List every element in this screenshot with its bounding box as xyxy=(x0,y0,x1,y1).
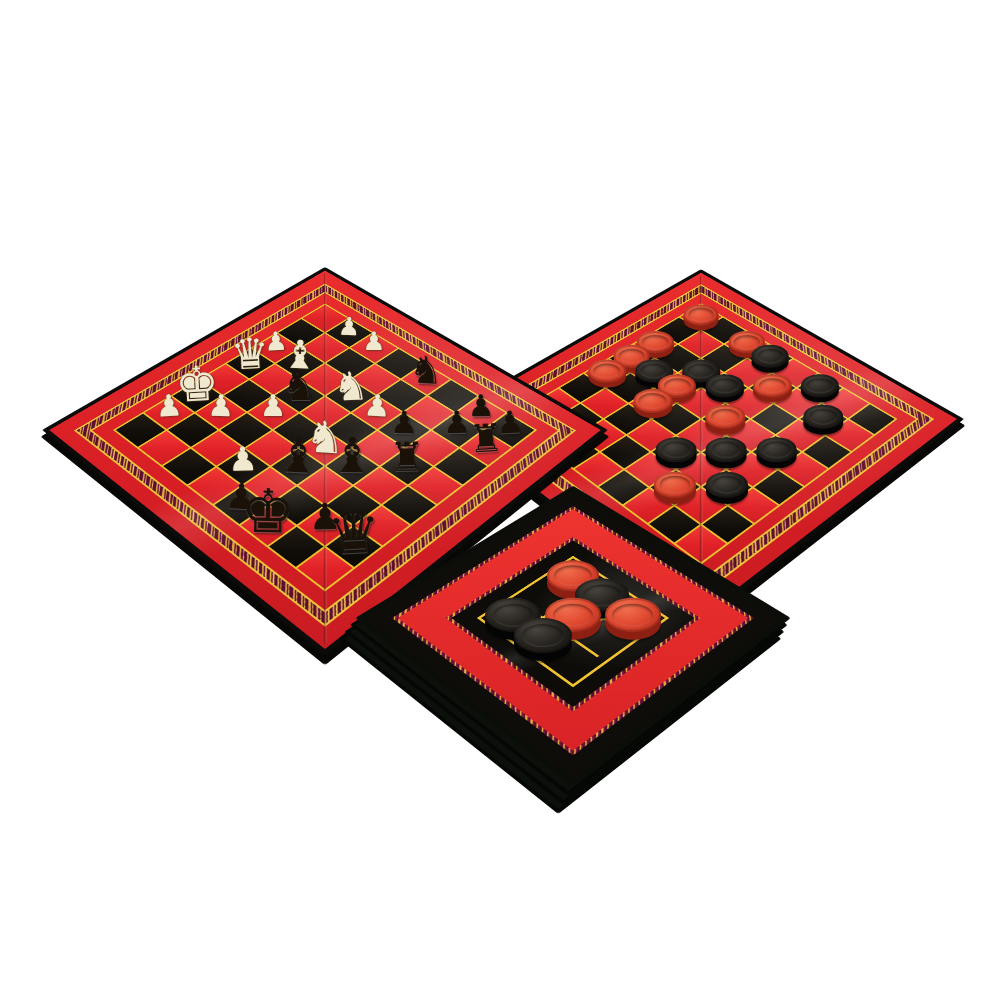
checker-black xyxy=(801,374,839,397)
checker-red xyxy=(547,560,599,591)
checker-crown-face xyxy=(545,598,601,632)
tictactoe-grid xyxy=(484,560,663,682)
checker-side xyxy=(547,568,599,599)
chess-piece-black-rook: ♜ xyxy=(388,437,424,477)
checkers-square-1-4 xyxy=(750,374,795,403)
chess-piece-white-pawn: ♟ xyxy=(264,329,288,356)
chess-square-2-6 xyxy=(407,431,458,465)
checkers-square-5-6 xyxy=(702,470,751,504)
checkers-square-2-1 xyxy=(656,345,700,372)
checker-side xyxy=(588,365,626,388)
chess-square-2-4 xyxy=(352,397,401,429)
chess-square-7-6 xyxy=(269,527,324,567)
checker-crown-face xyxy=(684,304,719,325)
checkers-square-5-7 xyxy=(729,488,779,523)
checker-black xyxy=(575,579,629,611)
checker-crown-face xyxy=(635,359,673,382)
chess-square-1-2 xyxy=(326,349,373,379)
checkers-pieces-layer xyxy=(0,0,1000,1000)
chess-piece-white-knight: ♞ xyxy=(332,366,369,407)
checkers-square-5-4 xyxy=(652,436,699,468)
checker-crown-face xyxy=(655,438,696,462)
tictactoe-square-2-2 xyxy=(542,639,604,683)
chess-square-0-2 xyxy=(351,334,397,363)
checkers-board xyxy=(515,233,887,605)
checkers-square-6-2 xyxy=(578,420,625,451)
chess-piece-white-bishop: ♝ xyxy=(282,334,318,374)
chess-pieces-layer: ♚♛♝♞♞♟♟♟♟♟♟♟♟♚♛♜♜♝♝♞♞♟♟♟♟♟♟ xyxy=(0,0,1000,1000)
checker-side xyxy=(752,350,789,372)
checkers-square-2-0 xyxy=(634,331,677,357)
checker-black xyxy=(706,472,748,497)
checker-crown-face xyxy=(637,331,673,353)
checker-crown-face xyxy=(605,598,661,632)
chess-square-2-0 xyxy=(253,334,299,363)
checker-crown-face xyxy=(514,618,572,653)
checkers-square-7-5 xyxy=(624,488,674,523)
chess-piece-white-pawn: ♟ xyxy=(228,442,259,476)
chess-square-6-0 xyxy=(145,397,194,429)
chess-square-4-6 xyxy=(354,467,406,504)
checker-side xyxy=(753,380,791,403)
stacked-board-1 xyxy=(350,491,788,796)
chess-square-4-2 xyxy=(248,397,297,429)
checker-side xyxy=(658,380,696,403)
chess-piece-black-pawn: ♟ xyxy=(224,479,257,516)
chess-piece-white-pawn: ♟ xyxy=(338,315,361,340)
checker-side xyxy=(682,365,720,388)
checker-black xyxy=(804,405,844,429)
checkers-square-3-7 xyxy=(779,453,827,486)
chess-square-6-3 xyxy=(218,449,269,485)
checkers-square-1-6 xyxy=(800,404,846,434)
checker-red xyxy=(706,405,746,429)
checker-red xyxy=(684,304,719,325)
chess-piece-black-bishop: ♝ xyxy=(275,430,321,481)
checkers-square-1-0 xyxy=(657,318,699,344)
checkers-square-4-7 xyxy=(754,470,803,504)
checker-side xyxy=(756,443,797,467)
checker-black xyxy=(756,438,797,462)
tictactoe-grid-line xyxy=(517,581,598,635)
chess-square-2-1 xyxy=(277,349,324,379)
checkers-square-0-1 xyxy=(702,318,744,344)
checkers-square-2-6 xyxy=(777,420,824,451)
checkers-square-3-4 xyxy=(702,404,748,434)
chess-square-3-7 xyxy=(409,467,461,504)
checker-red xyxy=(753,374,791,397)
checkers-square-1-1 xyxy=(679,331,722,357)
chess-square-0-1 xyxy=(326,319,372,347)
checker-black xyxy=(655,438,696,462)
checker-side xyxy=(655,443,696,467)
chess-square-1-1 xyxy=(302,334,348,363)
checker-crown-face xyxy=(801,374,839,397)
chess-piece-black-pawn: ♟ xyxy=(308,499,341,536)
checker-side xyxy=(706,478,748,503)
checkers-square-6-5 xyxy=(651,470,700,504)
checker-crown-face xyxy=(706,438,747,462)
chess-piece-white-queen: ♛ xyxy=(230,331,270,376)
checker-black xyxy=(706,438,747,462)
tictactoe-board-stack xyxy=(419,464,727,772)
tictactoe-red-border xyxy=(392,506,754,755)
checker-side xyxy=(575,587,629,619)
checker-red xyxy=(588,359,626,382)
checkers-grid xyxy=(504,303,898,565)
checker-side xyxy=(801,380,839,403)
chess-gloss xyxy=(49,271,601,649)
chess-square-6-2 xyxy=(193,431,244,465)
chess-square-6-7 xyxy=(327,527,382,567)
checker-side xyxy=(485,606,541,640)
checkers-square-4-5 xyxy=(702,436,749,468)
chess-piece-white-pawn: ♟ xyxy=(155,390,183,421)
chess-square-4-4 xyxy=(300,431,351,465)
checkers-square-3-5 xyxy=(727,420,774,451)
checker-crown-face xyxy=(706,405,746,429)
chess-square-7-3 xyxy=(188,467,240,504)
checker-crown-face xyxy=(706,374,744,397)
chess-square-2-5 xyxy=(379,414,429,447)
checker-crown-face xyxy=(752,345,789,367)
chess-square-3-0 xyxy=(227,349,274,379)
chess-square-1-6 xyxy=(432,414,482,447)
checker-red xyxy=(637,331,673,353)
stacked-board-3 xyxy=(339,502,782,814)
checkers-square-1-5 xyxy=(775,389,820,418)
checkers-fold-seam xyxy=(450,275,952,611)
tictactoe-square-0-0 xyxy=(544,560,602,598)
checker-side xyxy=(804,411,844,435)
checkers-square-0-3 xyxy=(749,345,793,372)
checker-side xyxy=(637,336,673,358)
checkers-square-5-5 xyxy=(677,453,725,486)
chess-piece-white-pawn: ♟ xyxy=(260,391,287,421)
chess-square-6-6 xyxy=(298,506,352,545)
checkers-square-3-3 xyxy=(678,389,723,418)
chess-piece-black-pawn: ♟ xyxy=(443,407,471,438)
checkers-square-7-2 xyxy=(551,436,598,468)
chess-square-7-0 xyxy=(115,414,165,447)
chess-square-7-5 xyxy=(241,506,295,545)
checker-side xyxy=(613,350,650,372)
checker-red xyxy=(613,345,650,367)
chess-square-6-5 xyxy=(270,486,323,524)
tictactoe-grid-line xyxy=(518,601,599,657)
checkers-square-5-2 xyxy=(605,404,651,434)
checker-black xyxy=(752,345,789,367)
chess-square-3-2 xyxy=(275,380,323,411)
checker-crown-face xyxy=(547,560,599,591)
chess-square-0-3 xyxy=(376,349,423,379)
chess-square-1-7 xyxy=(460,431,511,465)
tictactoe-square-0-1 xyxy=(573,579,632,618)
checker-side xyxy=(545,606,601,640)
chess-board-face xyxy=(42,267,608,656)
checker-crown-face xyxy=(753,374,791,397)
checker-side xyxy=(706,411,746,435)
chess-piece-black-pawn: ♟ xyxy=(495,407,524,439)
checkers-square-2-2 xyxy=(679,359,723,387)
checkers-square-6-6 xyxy=(676,488,726,523)
chess-square-5-2 xyxy=(221,414,271,447)
checkers-board-face xyxy=(438,269,964,622)
chess-square-7-1 xyxy=(139,431,190,465)
chess-square-1-3 xyxy=(352,364,400,395)
checker-side xyxy=(684,309,719,330)
checkers-square-3-1 xyxy=(632,359,676,387)
chess-square-3-6 xyxy=(381,449,432,485)
chess-piece-black-king: ♚ xyxy=(240,481,295,542)
checkers-square-6-4 xyxy=(626,453,674,486)
checker-black xyxy=(706,374,744,397)
checker-crown-face xyxy=(658,374,696,397)
checkers-square-2-4 xyxy=(727,389,772,418)
chess-square-1-4 xyxy=(378,380,426,411)
checkers-gloss xyxy=(445,273,957,616)
checkers-square-1-2 xyxy=(702,345,746,372)
chess-square-5-5 xyxy=(299,467,351,504)
chess-square-2-7 xyxy=(435,449,486,485)
checkers-square-6-7 xyxy=(703,506,753,542)
checker-red xyxy=(729,331,765,353)
chess-piece-black-knight: ♞ xyxy=(282,367,317,406)
checker-side xyxy=(514,626,572,661)
checker-side xyxy=(635,365,673,388)
checker-crown-face xyxy=(613,345,650,367)
chess-square-5-4 xyxy=(272,449,323,485)
checker-side xyxy=(729,336,765,358)
tictactoe-grid-line xyxy=(549,581,630,635)
checkers-square-4-0 xyxy=(585,359,629,387)
chess-piece-white-pawn: ♟ xyxy=(363,329,386,355)
chess-piece-black-knight: ♞ xyxy=(408,351,444,391)
chess-board-edge xyxy=(41,272,610,665)
chess-piece-white-pawn: ♟ xyxy=(363,390,391,421)
chess-square-7-7 xyxy=(297,548,353,590)
checkers-square-3-0 xyxy=(610,345,654,372)
checkers-square-4-4 xyxy=(678,420,725,451)
chess-piece-black-queen: ♛ xyxy=(326,501,383,563)
checkers-square-5-3 xyxy=(628,420,675,451)
chess-square-5-0 xyxy=(173,380,221,411)
checkers-square-0-5 xyxy=(798,374,843,403)
chess-square-3-1 xyxy=(251,364,299,395)
checkers-square-0-2 xyxy=(725,331,768,357)
checker-black xyxy=(485,598,541,632)
checkers-square-4-1 xyxy=(607,374,652,403)
chess-square-4-5 xyxy=(326,449,377,485)
checker-crown-face xyxy=(575,579,629,611)
chess-piece-black-rook: ♜ xyxy=(467,419,503,459)
chess-square-0-6 xyxy=(456,397,505,429)
chess-square-4-1 xyxy=(224,380,272,411)
checkers-square-4-3 xyxy=(653,404,699,434)
checkers-square-1-3 xyxy=(726,359,770,387)
checker-black xyxy=(682,359,720,382)
tictactoe-pieces-layer xyxy=(0,0,1000,1000)
chess-square-0-5 xyxy=(429,380,477,411)
checkers-square-2-5 xyxy=(751,404,797,434)
chess-square-3-5 xyxy=(353,431,404,465)
checkers-square-0-4 xyxy=(773,359,817,387)
checker-crown-face xyxy=(633,389,672,412)
chess-square-2-3 xyxy=(326,380,374,411)
checkers-square-7-1 xyxy=(529,420,576,451)
chess-piece-white-pawn: ♟ xyxy=(207,390,235,421)
chess-square-0-0 xyxy=(302,305,347,332)
chess-square-4-7 xyxy=(383,486,436,524)
checkers-square-5-1 xyxy=(582,389,627,418)
checker-crown-face xyxy=(485,598,541,632)
tictactoe-inner-field xyxy=(446,537,700,711)
checkers-square-6-1 xyxy=(556,404,602,434)
chess-fold-seam xyxy=(55,273,596,644)
chess-square-4-0 xyxy=(200,364,248,395)
tictactoe-square-1-2 xyxy=(573,618,634,660)
checker-crown-face xyxy=(588,359,626,382)
chess-board xyxy=(125,230,525,630)
checker-crown-face xyxy=(682,359,720,382)
checkers-square-7-7 xyxy=(675,525,726,562)
checkers-square-5-0 xyxy=(560,374,605,403)
tictactoe-gloss xyxy=(452,541,694,707)
chess-square-3-3 xyxy=(300,397,349,429)
chess-square-5-6 xyxy=(327,486,380,524)
checker-side xyxy=(706,443,747,467)
chess-piece-white-king: ♚ xyxy=(174,359,219,409)
checkers-ornate-border xyxy=(471,286,932,594)
chess-piece-white-knight: ♞ xyxy=(304,415,345,461)
chess-ornate-border xyxy=(77,285,573,624)
checker-crown-face xyxy=(654,472,696,497)
chess-piece-black-pawn: ♟ xyxy=(467,391,494,421)
checkers-square-7-6 xyxy=(649,506,699,542)
checkers-square-7-3 xyxy=(575,453,623,486)
checker-crown-face xyxy=(706,472,748,497)
checker-side xyxy=(706,380,744,403)
checkers-square-4-6 xyxy=(728,453,776,486)
tictactoe-board-face xyxy=(355,486,791,788)
tictactoe-grid-line xyxy=(547,601,628,657)
chess-square-7-2 xyxy=(163,449,214,485)
chess-square-5-3 xyxy=(246,431,297,465)
chess-square-5-7 xyxy=(355,506,409,545)
chess-square-2-2 xyxy=(301,364,349,395)
checker-side xyxy=(633,395,672,418)
checkers-square-6-3 xyxy=(602,436,649,468)
checker-side xyxy=(605,606,661,640)
chess-square-0-4 xyxy=(402,364,450,395)
checker-red xyxy=(633,389,672,412)
chess-square-1-0 xyxy=(278,319,324,347)
stacked-board-2 xyxy=(344,497,784,806)
tictactoe-square-2-0 xyxy=(484,598,544,639)
checker-red xyxy=(605,598,661,632)
chess-square-6-1 xyxy=(168,414,218,447)
checker-crown-face xyxy=(756,438,797,462)
chess-square-4-3 xyxy=(274,414,324,447)
checker-crown-face xyxy=(729,331,765,353)
checker-black xyxy=(514,618,572,653)
checkers-square-7-4 xyxy=(599,470,648,504)
chess-square-6-4 xyxy=(244,467,296,504)
chess-piece-black-bishop: ♝ xyxy=(330,430,374,479)
tictactoe-square-0-2 xyxy=(603,598,663,639)
checker-red xyxy=(654,472,696,497)
checkers-square-1-7 xyxy=(827,420,874,451)
checkers-square-3-2 xyxy=(655,374,700,403)
tictactoe-outline-square xyxy=(477,556,668,687)
chess-square-7-4 xyxy=(214,486,267,524)
checkers-square-6-0 xyxy=(534,389,579,418)
checkers-square-4-2 xyxy=(630,389,675,418)
checker-red xyxy=(545,598,601,632)
checkers-square-0-6 xyxy=(823,389,868,418)
game-set-product-photo: ♚♛♝♞♞♟♟♟♟♟♟♟♟♚♛♜♜♝♝♞♞♟♟♟♟♟♟ xyxy=(0,0,1000,1000)
checkers-square-2-3 xyxy=(702,374,747,403)
chess-square-3-4 xyxy=(326,414,376,447)
checkers-board-edge xyxy=(436,274,965,632)
checkers-square-0-0 xyxy=(680,304,722,329)
chess-square-0-7 xyxy=(485,414,535,447)
checkers-square-3-6 xyxy=(753,436,800,468)
checkers-square-2-7 xyxy=(803,436,850,468)
chess-square-1-5 xyxy=(404,397,453,429)
checker-crown-face xyxy=(804,405,844,429)
checker-black xyxy=(635,359,673,382)
checkers-square-7-0 xyxy=(507,404,553,434)
checker-side xyxy=(654,478,696,503)
tictactoe-square-2-1 xyxy=(512,618,573,660)
tictactoe-square-1-1 xyxy=(543,598,603,639)
chess-piece-black-pawn: ♟ xyxy=(390,407,418,438)
chess-square-5-1 xyxy=(197,397,246,429)
checkers-square-0-7 xyxy=(849,404,895,434)
chess-grid xyxy=(113,303,538,591)
tictactoe-square-1-0 xyxy=(514,579,573,618)
checker-red xyxy=(658,374,696,397)
